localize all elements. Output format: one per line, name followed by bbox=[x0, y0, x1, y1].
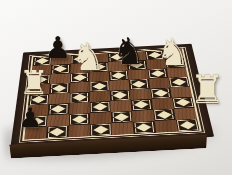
square-f1[interactable] bbox=[133, 121, 156, 134]
square-h1[interactable] bbox=[176, 119, 200, 132]
square-e1[interactable] bbox=[111, 122, 134, 135]
piece-white-knight-g6[interactable]: ♞ bbox=[156, 34, 189, 71]
square-b1[interactable] bbox=[46, 125, 68, 138]
piece-black-pawn-a2[interactable]: ♟ bbox=[18, 104, 42, 131]
piece-black-pawn-b7[interactable]: ♟ bbox=[45, 33, 72, 63]
piece-white-rook-h3[interactable]: ♜ bbox=[190, 70, 225, 109]
piece-white-rook-a4[interactable]: ♜ bbox=[19, 66, 49, 99]
square-g1[interactable] bbox=[154, 120, 178, 133]
chess-set-photo: ♟♞♞♞♜♜♟ bbox=[0, 0, 232, 175]
square-c1[interactable] bbox=[68, 124, 90, 137]
piece-black-knight-e6[interactable]: ♞ bbox=[112, 33, 145, 70]
square-d1[interactable] bbox=[90, 123, 112, 136]
piece-white-knight-c6[interactable]: ♞ bbox=[71, 38, 105, 76]
